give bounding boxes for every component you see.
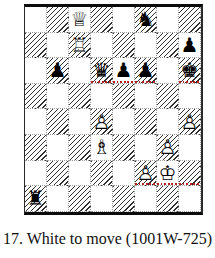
square-a3 — [25, 135, 47, 161]
square-h4: ♟♙ — [179, 109, 201, 135]
square-g1 — [157, 186, 179, 212]
white-queen-piece: ♛♕ — [69, 7, 90, 32]
square-b3 — [47, 135, 69, 161]
square-b2 — [47, 161, 69, 187]
square-g2: ♚♔ — [157, 161, 179, 187]
square-h7: ♟ — [179, 33, 201, 59]
square-g5 — [157, 84, 179, 110]
square-a2 — [25, 161, 47, 187]
square-d5 — [91, 84, 113, 110]
square-d7 — [91, 33, 113, 59]
square-g6 — [157, 58, 179, 84]
square-a8 — [25, 7, 47, 33]
square-d2 — [91, 161, 113, 187]
square-f6: ♟ — [135, 58, 157, 84]
piece-outline: ♖ — [71, 35, 89, 55]
piece-black-fill: ♟ — [49, 60, 67, 80]
square-f1 — [135, 186, 157, 212]
square-h6: ♚ — [179, 58, 201, 84]
square-c2 — [69, 161, 91, 187]
piece-black-fill: ♚ — [181, 60, 199, 80]
square-b8 — [47, 7, 69, 33]
square-e6: ♟ — [113, 58, 135, 84]
square-f2: ♟♙ — [135, 161, 157, 187]
square-a4 — [25, 109, 47, 135]
piece-black-fill: ♞ — [137, 9, 155, 29]
square-b5 — [47, 84, 69, 110]
square-a1: ♜ — [25, 186, 47, 212]
square-h2 — [179, 161, 201, 187]
square-c8: ♛♕ — [69, 7, 91, 33]
square-e4 — [113, 109, 135, 135]
square-f3 — [135, 135, 157, 161]
square-d4: ♟♙ — [91, 109, 113, 135]
white-pawn-piece: ♟♙ — [91, 109, 112, 134]
black-pawn-piece: ♟ — [47, 58, 68, 83]
square-e7 — [113, 33, 135, 59]
square-h8 — [179, 7, 201, 33]
square-a7 — [25, 33, 47, 59]
square-h5 — [179, 84, 201, 110]
square-h1 — [179, 186, 201, 212]
piece-black-fill: ♜ — [27, 188, 45, 208]
square-f8: ♞ — [135, 7, 157, 33]
square-e3 — [113, 135, 135, 161]
square-e8 — [113, 7, 135, 33]
piece-black-fill: ♟ — [137, 60, 155, 80]
piece-outline: ♙ — [93, 112, 111, 132]
black-pawn-piece: ♟ — [113, 58, 134, 83]
square-b7 — [47, 33, 69, 59]
square-c6 — [69, 58, 91, 84]
white-pawn-piece: ♟♙ — [179, 109, 200, 134]
square-g8 — [157, 7, 179, 33]
square-c1 — [69, 186, 91, 212]
diagram-caption: 17. White to move (1001W-725) — [0, 230, 215, 248]
black-pawn-piece: ♟ — [135, 58, 156, 83]
square-b4 — [47, 109, 69, 135]
black-knight-piece: ♞ — [135, 7, 156, 32]
square-g7 — [157, 33, 179, 59]
black-rook-piece: ♜ — [25, 186, 46, 211]
black-queen-piece: ♛ — [91, 58, 112, 83]
square-c3 — [69, 135, 91, 161]
square-e1 — [113, 186, 135, 212]
square-h3 — [179, 135, 201, 161]
white-rook-piece: ♜♖ — [69, 33, 90, 58]
piece-outline: ♗ — [93, 137, 111, 157]
square-d3: ♝♗ — [91, 135, 113, 161]
chess-board-frame: ♛♕♞♜♖♟♟♛♟♟♚♟♙♟♙♝♗♟♙♟♙♚♔♜ — [24, 4, 203, 215]
square-c5 — [69, 84, 91, 110]
square-e5 — [113, 84, 135, 110]
black-pawn-piece: ♟ — [179, 33, 200, 58]
square-d8 — [91, 7, 113, 33]
square-b1 — [47, 186, 69, 212]
piece-black-fill: ♛ — [93, 60, 111, 80]
black-king-piece: ♚ — [179, 58, 200, 83]
square-f4 — [135, 109, 157, 135]
piece-outline: ♕ — [71, 9, 89, 29]
white-bishop-piece: ♝♗ — [91, 135, 112, 160]
square-a5 — [25, 84, 47, 110]
piece-black-fill: ♟ — [115, 60, 133, 80]
chess-board: ♛♕♞♜♖♟♟♛♟♟♚♟♙♟♙♝♗♟♙♟♙♚♔♜ — [25, 7, 201, 212]
square-e2 — [113, 161, 135, 187]
white-pawn-piece: ♟♙ — [157, 135, 178, 160]
square-f7 — [135, 33, 157, 59]
piece-outline: ♙ — [159, 137, 177, 157]
piece-black-fill: ♟ — [181, 35, 199, 55]
square-f5 — [135, 84, 157, 110]
piece-outline: ♙ — [181, 112, 199, 132]
square-b6: ♟ — [47, 58, 69, 84]
square-d1 — [91, 186, 113, 212]
piece-outline: ♔ — [159, 163, 177, 183]
piece-outline: ♙ — [137, 163, 155, 183]
square-g3: ♟♙ — [157, 135, 179, 161]
square-d6: ♛ — [91, 58, 113, 84]
white-pawn-piece: ♟♙ — [135, 161, 156, 186]
square-g4 — [157, 109, 179, 135]
square-c4 — [69, 109, 91, 135]
square-c7: ♜♖ — [69, 33, 91, 59]
square-a6 — [25, 58, 47, 84]
white-king-piece: ♚♔ — [157, 161, 178, 186]
